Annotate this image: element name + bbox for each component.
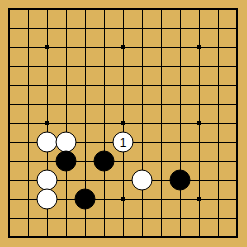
grid-hline [8, 236, 238, 238]
hoshi-point [121, 197, 125, 201]
white-stone-D6[interactable] [56, 132, 77, 153]
grid-vline [104, 8, 105, 238]
go-board[interactable]: 1 [0, 0, 247, 247]
grid-vline [161, 8, 162, 238]
hoshi-point [121, 121, 125, 125]
hoshi-point [45, 45, 49, 49]
go-diagram: 1 [0, 0, 247, 247]
black-stone-K4[interactable] [170, 170, 191, 191]
black-stone-E3[interactable] [75, 189, 96, 210]
black-stone-F5[interactable] [94, 151, 115, 172]
move-number-label: 1 [120, 136, 127, 148]
grid-hline [8, 28, 238, 29]
hoshi-point [45, 121, 49, 125]
grid-vline [180, 8, 181, 238]
white-stone-C6[interactable] [37, 132, 58, 153]
grid-vline [218, 8, 219, 238]
grid-vline [199, 8, 200, 238]
grid-vline [66, 8, 67, 238]
grid-hline [8, 161, 238, 162]
grid-vline [236, 8, 238, 238]
hoshi-point [121, 45, 125, 49]
grid-hline [8, 123, 238, 124]
grid-hline [8, 218, 238, 219]
hoshi-point [197, 121, 201, 125]
hoshi-point [197, 197, 201, 201]
white-stone-G6[interactable]: 1 [113, 132, 134, 153]
white-stone-H4[interactable] [132, 170, 153, 191]
grid-hline [8, 8, 238, 10]
white-stone-C3[interactable] [37, 189, 58, 210]
grid-vline [123, 8, 124, 238]
grid-hline [8, 85, 238, 86]
white-stone-C4[interactable] [37, 170, 58, 191]
grid-vline [8, 8, 10, 238]
grid-hline [8, 104, 238, 105]
grid-vline [142, 8, 143, 238]
grid-hline [8, 66, 238, 67]
black-stone-D5[interactable] [56, 151, 77, 172]
grid-hline [8, 47, 238, 48]
hoshi-point [197, 45, 201, 49]
grid-vline [28, 8, 29, 238]
